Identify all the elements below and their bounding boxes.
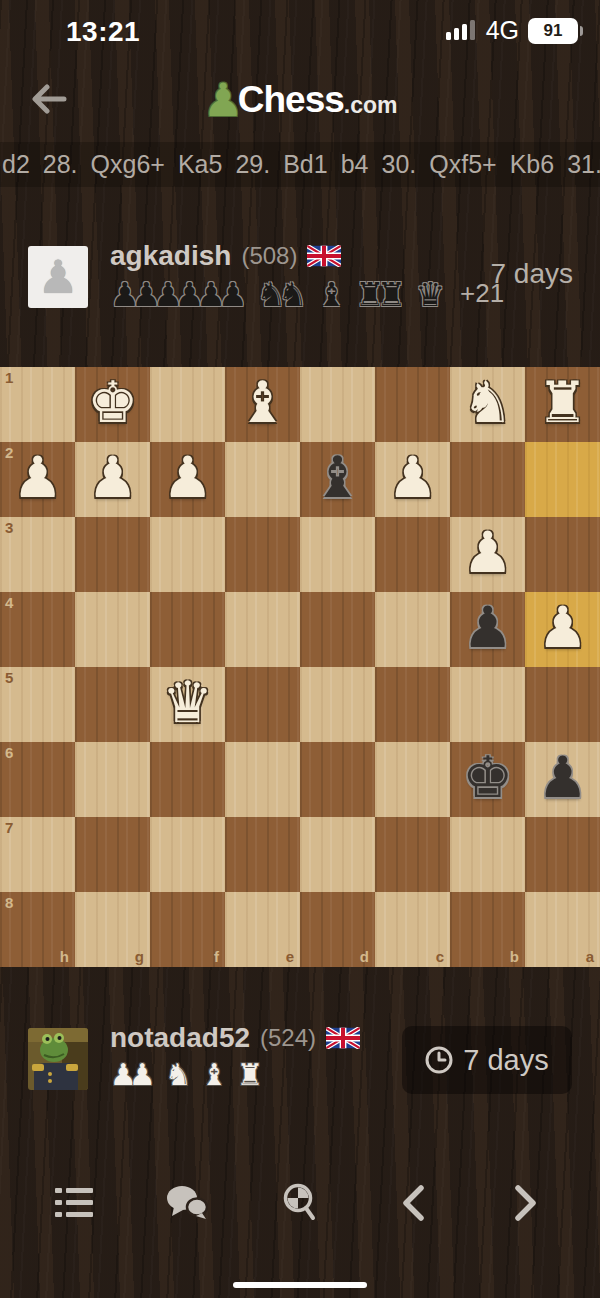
move-token[interactable]: Ka5: [178, 150, 222, 179]
square-e3[interactable]: [225, 517, 300, 592]
status-bar: 13:21 4G 91: [0, 0, 600, 60]
white-pawn-h2[interactable]: ♟: [0, 442, 75, 517]
chesscom-logo: ♟ Chess .com: [0, 68, 600, 132]
square-a4[interactable]: ♟: [525, 592, 600, 667]
square-a2[interactable]: [525, 442, 600, 517]
rank-label: 5: [5, 669, 13, 686]
status-time: 13:21: [66, 16, 140, 48]
square-e8[interactable]: e: [225, 892, 300, 967]
square-d7[interactable]: [300, 817, 375, 892]
square-g6[interactable]: [75, 742, 150, 817]
square-e2[interactable]: [225, 442, 300, 517]
square-f5[interactable]: ♛: [150, 667, 225, 742]
square-g5[interactable]: [75, 667, 150, 742]
rank-label: 3: [5, 519, 13, 536]
square-h6[interactable]: 6: [0, 742, 75, 817]
square-a5[interactable]: [525, 667, 600, 742]
move-token[interactable]: Kb6: [510, 150, 554, 179]
square-e4[interactable]: [225, 592, 300, 667]
chat-icon: [166, 1185, 208, 1221]
square-h3[interactable]: 3: [0, 517, 75, 592]
white-bishop-e1[interactable]: ♝: [225, 367, 300, 442]
square-g1[interactable]: ♚: [75, 367, 150, 442]
chevron-left-icon: [402, 1185, 424, 1221]
captured-group: ♟♟♟♟♟♟: [110, 278, 248, 311]
captured-row-top: ♟♟♟♟♟♟♞♞♝♜♜♛ +21: [110, 278, 504, 311]
analysis-magnifier-icon: [281, 1183, 319, 1223]
next-move-button[interactable]: [496, 1173, 556, 1233]
captured-group: ♛: [415, 278, 445, 311]
rank-label: 4: [5, 594, 13, 611]
clock-bottom: 7 days: [463, 1044, 548, 1077]
file-label: a: [586, 948, 594, 965]
signal-icon: [446, 20, 477, 42]
clock-top: 7 days: [491, 258, 574, 290]
square-d5[interactable]: [300, 667, 375, 742]
square-a7[interactable]: [525, 817, 600, 892]
square-b8[interactable]: b: [450, 892, 525, 967]
username-bottom[interactable]: notadad52: [110, 1022, 250, 1054]
battery-percent: 91: [544, 21, 563, 41]
username-top[interactable]: agkadish: [110, 240, 231, 272]
captured-group: ♜♜: [355, 278, 406, 311]
moves-list-icon: [55, 1187, 93, 1219]
captured-row-bottom: ♟♟♞♝♜: [110, 1060, 360, 1090]
rating-bottom: (524): [260, 1024, 316, 1052]
square-c7[interactable]: [375, 817, 450, 892]
avatar-bottom[interactable]: [28, 1028, 88, 1090]
square-f6[interactable]: [150, 742, 225, 817]
square-g2[interactable]: ♟: [75, 442, 150, 517]
white-pawn-g2[interactable]: ♟: [75, 442, 150, 517]
square-c1[interactable]: [375, 367, 450, 442]
square-f4[interactable]: [150, 592, 225, 667]
white-knight-b1[interactable]: ♞: [450, 367, 525, 442]
white-rook-a1[interactable]: ♜: [525, 367, 600, 442]
move-token[interactable]: Qxf5+: [429, 150, 496, 179]
square-f3[interactable]: [150, 517, 225, 592]
square-d3[interactable]: [300, 517, 375, 592]
captured-group: ♝: [317, 278, 347, 311]
square-h7[interactable]: 7: [0, 817, 75, 892]
square-g8[interactable]: g: [75, 892, 150, 967]
file-label: b: [510, 948, 519, 965]
file-label: d: [360, 948, 369, 965]
square-f2[interactable]: ♟: [150, 442, 225, 517]
square-a6[interactable]: ♟: [525, 742, 600, 817]
square-c8[interactable]: c: [375, 892, 450, 967]
white-pawn-f2[interactable]: ♟: [150, 442, 225, 517]
square-e6[interactable]: [225, 742, 300, 817]
square-h8[interactable]: 8h: [0, 892, 75, 967]
white-pawn-b3[interactable]: ♟: [450, 517, 525, 592]
square-d1[interactable]: [300, 367, 375, 442]
flag-icon-gb-bottom: [326, 1027, 360, 1049]
square-a3[interactable]: [525, 517, 600, 592]
move-list[interactable]: d228.Qxg6+Ka529.Bd1b430.Qxf5+Kb631.a4: [0, 142, 600, 187]
rank-label: 7: [5, 819, 13, 836]
black-pawn-b4[interactable]: ♟: [450, 592, 525, 667]
square-b2[interactable]: [450, 442, 525, 517]
avatar-top[interactable]: ♟: [28, 246, 88, 308]
square-c3[interactable]: [375, 517, 450, 592]
chess-board: 1♚♝♞♜2♟♟♟♝♟3♟4♟♟5♛6♚♟78hgfedcba: [0, 367, 600, 967]
black-king-b6[interactable]: ♚: [450, 742, 525, 817]
square-h1[interactable]: 1: [0, 367, 75, 442]
captured-group: ♜: [237, 1060, 264, 1090]
home-indicator: [233, 1282, 367, 1288]
move-token[interactable]: Bd1: [283, 150, 327, 179]
captured-group: ♞: [165, 1060, 192, 1090]
square-f8[interactable]: f: [150, 892, 225, 967]
chat-button[interactable]: [157, 1173, 217, 1233]
white-pawn-a4[interactable]: ♟: [525, 592, 600, 667]
square-c5[interactable]: [375, 667, 450, 742]
square-d2[interactable]: ♝: [300, 442, 375, 517]
captured-group: ♝: [201, 1060, 228, 1090]
square-h5[interactable]: 5: [0, 667, 75, 742]
battery-icon: 91: [528, 18, 578, 44]
rating-top: (508): [241, 242, 297, 270]
square-d8[interactable]: d: [300, 892, 375, 967]
black-bishop-d2[interactable]: ♝: [300, 442, 375, 517]
rank-label: 6: [5, 744, 13, 761]
file-label: f: [214, 948, 219, 965]
flag-icon-gb-top: [307, 245, 341, 267]
square-f7[interactable]: [150, 817, 225, 892]
file-label: e: [286, 948, 294, 965]
chevron-right-icon: [515, 1185, 537, 1221]
square-d4[interactable]: [300, 592, 375, 667]
avatar-pawn-icon: ♟: [37, 254, 78, 300]
square-h2[interactable]: 2♟: [0, 442, 75, 517]
clock-icon: [425, 1046, 453, 1074]
move-token[interactable]: b4: [341, 150, 369, 179]
network-type: 4G: [486, 16, 519, 45]
square-c2[interactable]: ♟: [375, 442, 450, 517]
captured-top: ♟♟♟♟♟♟♞♞♝♜♜♛: [110, 278, 454, 311]
move-token[interactable]: Qxg6+: [91, 150, 165, 179]
square-b5[interactable]: [450, 667, 525, 742]
square-d6[interactable]: [300, 742, 375, 817]
white-king-g1[interactable]: ♚: [75, 367, 150, 442]
file-label: c: [436, 948, 444, 965]
move-token[interactable]: 31.: [567, 150, 600, 179]
header: ♟ Chess .com: [0, 60, 600, 140]
square-b4[interactable]: ♟: [450, 592, 525, 667]
captured-bottom: ♟♟♞♝♜: [110, 1060, 273, 1090]
rank-label: 1: [5, 369, 13, 386]
square-e1[interactable]: ♝: [225, 367, 300, 442]
captured-group: ♟♟: [110, 1060, 156, 1090]
square-a1[interactable]: ♜: [525, 367, 600, 442]
square-e5[interactable]: [225, 667, 300, 742]
game-toolbar: [0, 1168, 600, 1238]
square-f1[interactable]: [150, 367, 225, 442]
logo-suffix: .com: [344, 92, 398, 119]
captured-group: ♞♞: [257, 278, 308, 311]
square-c6[interactable]: [375, 742, 450, 817]
square-g7[interactable]: [75, 817, 150, 892]
white-pawn-c2[interactable]: ♟: [375, 442, 450, 517]
analysis-button[interactable]: [270, 1173, 330, 1233]
move-token[interactable]: d2: [2, 150, 30, 179]
move-token[interactable]: 30.: [381, 150, 416, 179]
square-e7[interactable]: [225, 817, 300, 892]
move-token[interactable]: 28.: [43, 150, 78, 179]
file-label: g: [135, 948, 144, 965]
moves-list-button[interactable]: [44, 1173, 104, 1233]
clock-bottom-box: 7 days: [402, 1026, 572, 1094]
previous-move-button[interactable]: [383, 1173, 443, 1233]
file-label: h: [60, 948, 69, 965]
logo-text: Chess: [238, 79, 344, 121]
square-b6[interactable]: ♚: [450, 742, 525, 817]
square-g4[interactable]: [75, 592, 150, 667]
black-pawn-a6[interactable]: ♟: [525, 742, 600, 817]
square-h4[interactable]: 4: [0, 592, 75, 667]
square-a8[interactable]: a: [525, 892, 600, 967]
square-g3[interactable]: [75, 517, 150, 592]
square-b3[interactable]: ♟: [450, 517, 525, 592]
rank-label: 8: [5, 894, 13, 911]
white-queen-f5[interactable]: ♛: [150, 667, 225, 742]
square-c4[interactable]: [375, 592, 450, 667]
move-token[interactable]: 29.: [235, 150, 270, 179]
square-b1[interactable]: ♞: [450, 367, 525, 442]
square-b7[interactable]: [450, 817, 525, 892]
